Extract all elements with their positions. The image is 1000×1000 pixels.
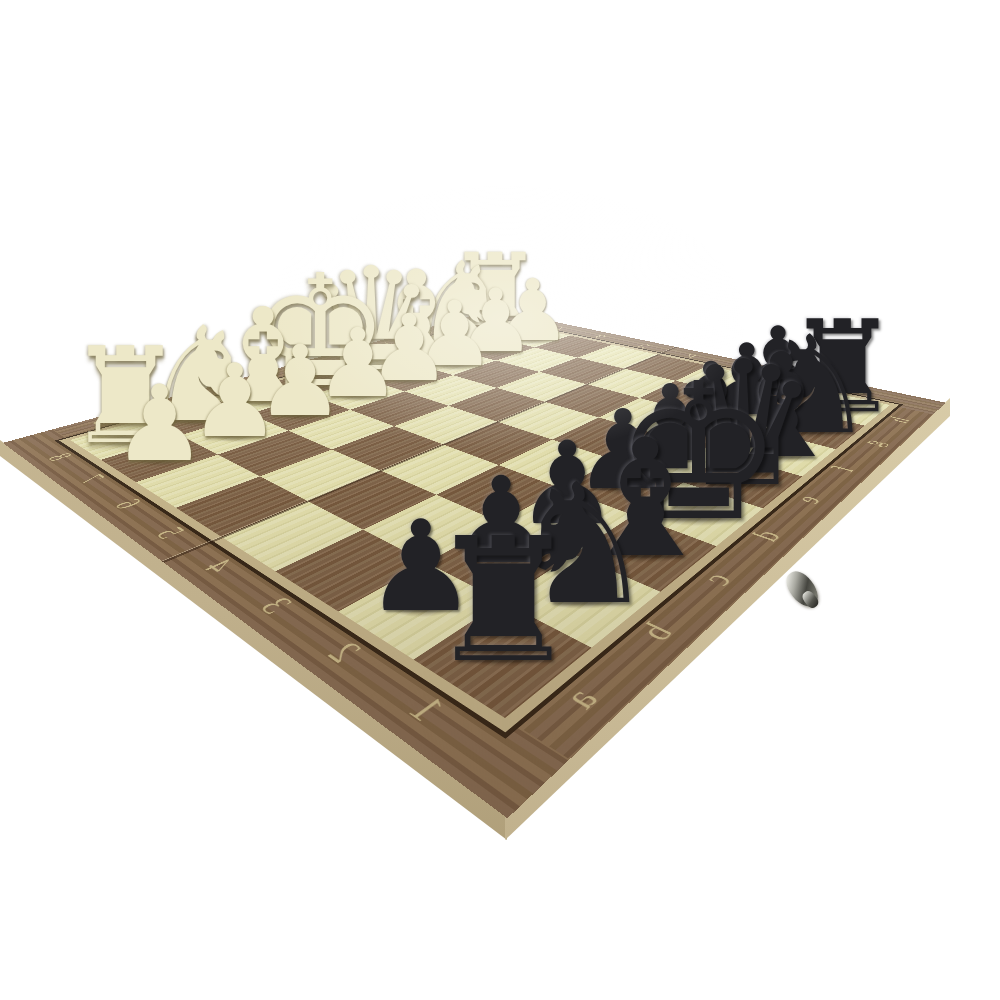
piece-white-pawn-a7[interactable]: ♟ [113,363,207,485]
clasp-body [781,566,825,612]
product-photo-scene: aa11bb22cc33dd44ee55ff66gg77hh88 ♜♞♝♚♛♝♞… [0,0,1000,1000]
clasp-hook [800,589,821,611]
piece-black-rook-a1[interactable]: ♜ [427,500,580,699]
clasp-latch [776,561,834,621]
